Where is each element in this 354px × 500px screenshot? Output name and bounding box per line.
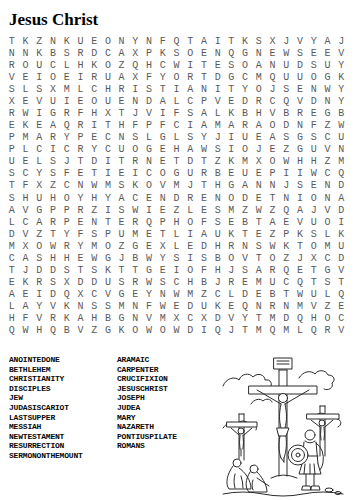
grid-cell[interactable]: A	[5, 205, 19, 217]
grid-cell[interactable]: N	[252, 48, 266, 60]
grid-cell[interactable]: G	[238, 48, 252, 60]
grid-cell[interactable]: W	[334, 120, 348, 132]
grid-cell[interactable]: J	[293, 253, 307, 265]
grid-cell[interactable]: T	[74, 265, 88, 277]
grid-cell[interactable]: V	[293, 96, 307, 108]
grid-cell[interactable]: E	[183, 241, 197, 253]
grid-cell[interactable]: B	[279, 108, 293, 120]
grid-cell[interactable]: T	[197, 180, 211, 192]
grid-cell[interactable]: L	[19, 84, 33, 96]
grid-cell[interactable]: V	[19, 205, 33, 217]
grid-cell[interactable]: Z	[279, 253, 293, 265]
grid-cell[interactable]: J	[115, 253, 129, 265]
grid-cell[interactable]: J	[19, 265, 33, 277]
grid-cell[interactable]: W	[279, 156, 293, 168]
grid-cell[interactable]: Y	[32, 301, 46, 313]
grid-cell[interactable]: W	[197, 144, 211, 156]
grid-cell[interactable]: S	[211, 205, 225, 217]
grid-cell[interactable]: Z	[238, 205, 252, 217]
grid-cell[interactable]: X	[74, 289, 88, 301]
grid-cell[interactable]: R	[32, 277, 46, 289]
grid-cell[interactable]: Q	[211, 325, 225, 337]
grid-cell[interactable]: R	[74, 120, 88, 132]
grid-cell[interactable]: O	[321, 217, 335, 229]
grid-cell[interactable]: O	[183, 217, 197, 229]
grid-cell[interactable]: O	[101, 36, 115, 48]
grid-cell[interactable]: C	[19, 217, 33, 229]
grid-cell[interactable]: E	[211, 60, 225, 72]
grid-cell[interactable]: G	[101, 253, 115, 265]
grid-cell[interactable]: C	[142, 168, 156, 180]
grid-cell[interactable]: M	[156, 313, 170, 325]
grid-cell[interactable]: N	[197, 84, 211, 96]
grid-cell[interactable]: K	[19, 36, 33, 48]
grid-cell[interactable]: F	[128, 120, 142, 132]
grid-cell[interactable]: M	[225, 205, 239, 217]
grid-cell[interactable]: S	[225, 60, 239, 72]
grid-cell[interactable]: S	[252, 36, 266, 48]
grid-cell[interactable]: Y	[334, 60, 348, 72]
grid-cell[interactable]: F	[60, 168, 74, 180]
grid-cell[interactable]: H	[211, 180, 225, 192]
grid-cell[interactable]: O	[101, 241, 115, 253]
grid-cell[interactable]: W	[142, 253, 156, 265]
grid-cell[interactable]: J	[60, 156, 74, 168]
grid-cell[interactable]: M	[238, 156, 252, 168]
grid-cell[interactable]: U	[101, 277, 115, 289]
grid-cell[interactable]: S	[115, 277, 129, 289]
grid-cell[interactable]: H	[19, 193, 33, 205]
grid-cell[interactable]: F	[74, 108, 88, 120]
grid-cell[interactable]: G	[115, 313, 129, 325]
grid-cell[interactable]: N	[74, 180, 88, 192]
grid-cell[interactable]: E	[307, 108, 321, 120]
grid-cell[interactable]: W	[19, 108, 33, 120]
grid-cell[interactable]: D	[87, 277, 101, 289]
grid-cell[interactable]: O	[183, 265, 197, 277]
grid-cell[interactable]: C	[238, 72, 252, 84]
grid-cell[interactable]: J	[279, 180, 293, 192]
grid-cell[interactable]: Y	[101, 193, 115, 205]
grid-cell[interactable]: E	[19, 156, 33, 168]
grid-cell[interactable]: O	[128, 325, 142, 337]
grid-cell[interactable]: R	[74, 205, 88, 217]
grid-cell[interactable]: W	[128, 205, 142, 217]
grid-cell[interactable]: B	[238, 108, 252, 120]
grid-cell[interactable]: I	[170, 84, 184, 96]
grid-cell[interactable]: P	[5, 132, 19, 144]
grid-cell[interactable]: H	[211, 265, 225, 277]
grid-cell[interactable]: X	[5, 96, 19, 108]
grid-cell[interactable]: M	[266, 313, 280, 325]
grid-cell[interactable]: T	[225, 36, 239, 48]
grid-cell[interactable]: A	[252, 120, 266, 132]
grid-cell[interactable]: L	[170, 241, 184, 253]
grid-cell[interactable]: C	[156, 60, 170, 72]
grid-cell[interactable]: U	[183, 168, 197, 180]
grid-cell[interactable]: S	[293, 48, 307, 60]
grid-cell[interactable]: M	[183, 289, 197, 301]
grid-cell[interactable]: D	[183, 156, 197, 168]
grid-cell[interactable]: U	[115, 144, 129, 156]
grid-cell[interactable]: S	[46, 168, 60, 180]
grid-cell[interactable]: R	[60, 241, 74, 253]
grid-cell[interactable]: S	[60, 48, 74, 60]
grid-cell[interactable]: S	[115, 205, 129, 217]
grid-cell[interactable]: O	[238, 60, 252, 72]
grid-cell[interactable]: L	[321, 289, 335, 301]
grid-cell[interactable]: Y	[32, 168, 46, 180]
grid-cell[interactable]: I	[334, 217, 348, 229]
grid-cell[interactable]: A	[321, 36, 335, 48]
grid-cell[interactable]: I	[197, 325, 211, 337]
grid-cell[interactable]: N	[266, 180, 280, 192]
grid-cell[interactable]: V	[156, 180, 170, 192]
grid-cell[interactable]: C	[128, 193, 142, 205]
grid-cell[interactable]: N	[5, 48, 19, 60]
grid-cell[interactable]: A	[32, 132, 46, 144]
grid-cell[interactable]: E	[5, 120, 19, 132]
grid-cell[interactable]: P	[60, 205, 74, 217]
grid-cell[interactable]: V	[101, 289, 115, 301]
grid-cell[interactable]: R	[266, 301, 280, 313]
grid-cell[interactable]: H	[142, 60, 156, 72]
grid-cell[interactable]: H	[115, 120, 129, 132]
grid-cell[interactable]: D	[279, 120, 293, 132]
grid-cell[interactable]: I	[293, 168, 307, 180]
grid-cell[interactable]: E	[225, 217, 239, 229]
grid-cell[interactable]: E	[74, 168, 88, 180]
grid-cell[interactable]: V	[5, 72, 19, 84]
grid-cell[interactable]: F	[19, 313, 33, 325]
grid-cell[interactable]: R	[128, 217, 142, 229]
grid-cell[interactable]: C	[321, 253, 335, 265]
grid-cell[interactable]: A	[19, 253, 33, 265]
grid-cell[interactable]: M	[334, 156, 348, 168]
grid-cell[interactable]: R	[115, 84, 129, 96]
grid-cell[interactable]: C	[183, 96, 197, 108]
grid-cell[interactable]: R	[293, 108, 307, 120]
grid-cell[interactable]: P	[266, 168, 280, 180]
grid-cell[interactable]: D	[197, 241, 211, 253]
grid-cell[interactable]: N	[128, 313, 142, 325]
grid-cell[interactable]: N	[46, 36, 60, 48]
grid-cell[interactable]: C	[5, 253, 19, 265]
grid-cell[interactable]: N	[115, 36, 129, 48]
grid-cell[interactable]: L	[74, 84, 88, 96]
grid-cell[interactable]: P	[142, 48, 156, 60]
grid-cell[interactable]: R	[225, 277, 239, 289]
grid-cell[interactable]: E	[5, 277, 19, 289]
grid-cell[interactable]: G	[142, 265, 156, 277]
grid-cell[interactable]: R	[225, 241, 239, 253]
grid-cell[interactable]: V	[293, 36, 307, 48]
grid-cell[interactable]: T	[197, 156, 211, 168]
grid-cell[interactable]: F	[156, 36, 170, 48]
grid-cell[interactable]: O	[252, 84, 266, 96]
grid-cell[interactable]: H	[101, 84, 115, 96]
grid-cell[interactable]: U	[321, 60, 335, 72]
grid-cell[interactable]: Q	[266, 72, 280, 84]
grid-cell[interactable]: B	[60, 325, 74, 337]
grid-cell[interactable]: Z	[266, 229, 280, 241]
grid-cell[interactable]: O	[183, 48, 197, 60]
grid-cell[interactable]: I	[156, 108, 170, 120]
grid-cell[interactable]: N	[142, 156, 156, 168]
grid-cell[interactable]: O	[156, 325, 170, 337]
grid-cell[interactable]: O	[266, 156, 280, 168]
grid-cell[interactable]: V	[19, 229, 33, 241]
grid-cell[interactable]: U	[32, 60, 46, 72]
grid-cell[interactable]: R	[74, 144, 88, 156]
grid-cell[interactable]: T	[5, 36, 19, 48]
grid-cell[interactable]: K	[101, 265, 115, 277]
grid-cell[interactable]: T	[293, 241, 307, 253]
grid-cell[interactable]: T	[334, 277, 348, 289]
grid-cell[interactable]: U	[32, 193, 46, 205]
grid-cell[interactable]: L	[32, 156, 46, 168]
grid-cell[interactable]: E	[74, 217, 88, 229]
grid-cell[interactable]: W	[87, 180, 101, 192]
grid-cell[interactable]: K	[211, 301, 225, 313]
grid-cell[interactable]: E	[197, 48, 211, 60]
grid-cell[interactable]: Z	[279, 144, 293, 156]
grid-cell[interactable]: Y	[60, 132, 74, 144]
grid-cell[interactable]: D	[334, 205, 348, 217]
grid-cell[interactable]: H	[87, 313, 101, 325]
grid-cell[interactable]: Q	[266, 325, 280, 337]
grid-cell[interactable]: R	[46, 217, 60, 229]
grid-cell[interactable]: T	[266, 193, 280, 205]
grid-cell[interactable]: T	[128, 265, 142, 277]
grid-cell[interactable]: N	[156, 289, 170, 301]
grid-cell[interactable]: X	[252, 156, 266, 168]
grid-cell[interactable]: F	[142, 301, 156, 313]
grid-cell[interactable]: N	[321, 193, 335, 205]
grid-cell[interactable]: E	[225, 168, 239, 180]
grid-cell[interactable]: L	[5, 217, 19, 229]
grid-cell[interactable]: S	[5, 193, 19, 205]
grid-cell[interactable]: Y	[87, 144, 101, 156]
grid-cell[interactable]: S	[170, 253, 184, 265]
grid-cell[interactable]: K	[115, 325, 129, 337]
grid-cell[interactable]: N	[74, 301, 88, 313]
grid-cell[interactable]: I	[170, 265, 184, 277]
grid-cell[interactable]: G	[101, 325, 115, 337]
grid-cell[interactable]: E	[115, 96, 129, 108]
grid-cell[interactable]: V	[321, 205, 335, 217]
grid-cell[interactable]: A	[5, 289, 19, 301]
grid-cell[interactable]: N	[87, 217, 101, 229]
grid-cell[interactable]: Z	[170, 205, 184, 217]
grid-cell[interactable]: H	[5, 313, 19, 325]
grid-cell[interactable]: L	[225, 289, 239, 301]
grid-cell[interactable]: J	[211, 132, 225, 144]
grid-cell[interactable]: S	[307, 60, 321, 72]
grid-cell[interactable]: S	[252, 241, 266, 253]
grid-cell[interactable]: C	[334, 313, 348, 325]
grid-cell[interactable]: V	[142, 313, 156, 325]
grid-cell[interactable]: W	[170, 60, 184, 72]
grid-cell[interactable]: M	[5, 241, 19, 253]
grid-cell[interactable]: J	[128, 108, 142, 120]
grid-cell[interactable]: E	[334, 301, 348, 313]
grid-cell[interactable]: A	[183, 84, 197, 96]
grid-cell[interactable]: G	[142, 144, 156, 156]
grid-cell[interactable]: P	[101, 229, 115, 241]
grid-cell[interactable]: Z	[32, 229, 46, 241]
grid-cell[interactable]: I	[225, 144, 239, 156]
grid-cell[interactable]: B	[128, 253, 142, 265]
grid-cell[interactable]: G	[225, 180, 239, 192]
grid-cell[interactable]: F	[197, 217, 211, 229]
grid-cell[interactable]: D	[183, 325, 197, 337]
grid-cell[interactable]: W	[321, 84, 335, 96]
grid-cell[interactable]: R	[128, 277, 142, 289]
grid-cell[interactable]: G	[46, 108, 60, 120]
grid-cell[interactable]: D	[46, 289, 60, 301]
grid-cell[interactable]: S	[128, 132, 142, 144]
grid-cell[interactable]: E	[156, 205, 170, 217]
grid-cell[interactable]: S	[46, 277, 60, 289]
grid-cell[interactable]: G	[321, 108, 335, 120]
grid-cell[interactable]: E	[252, 193, 266, 205]
grid-cell[interactable]: R	[5, 60, 19, 72]
grid-cell[interactable]: E	[238, 277, 252, 289]
grid-cell[interactable]: K	[19, 277, 33, 289]
grid-cell[interactable]: P	[60, 217, 74, 229]
grid-cell[interactable]: E	[19, 96, 33, 108]
grid-cell[interactable]: H	[170, 144, 184, 156]
grid-cell[interactable]: Y	[307, 36, 321, 48]
grid-cell[interactable]: K	[293, 229, 307, 241]
grid-cell[interactable]: J	[279, 36, 293, 48]
grid-cell[interactable]: Y	[238, 313, 252, 325]
grid-cell[interactable]: V	[334, 325, 348, 337]
grid-cell[interactable]: V	[211, 96, 225, 108]
grid-cell[interactable]: D	[211, 72, 225, 84]
grid-cell[interactable]: F	[307, 120, 321, 132]
grid-cell[interactable]: R	[321, 325, 335, 337]
grid-cell[interactable]: A	[252, 60, 266, 72]
grid-cell[interactable]: R	[183, 72, 197, 84]
grid-cell[interactable]: N	[293, 120, 307, 132]
grid-cell[interactable]: H	[211, 241, 225, 253]
grid-cell[interactable]: K	[19, 120, 33, 132]
grid-cell[interactable]: H	[74, 60, 88, 72]
grid-cell[interactable]: J	[225, 325, 239, 337]
grid-cell[interactable]: S	[183, 132, 197, 144]
grid-cell[interactable]: E	[266, 48, 280, 60]
grid-cell[interactable]: M	[170, 180, 184, 192]
grid-cell[interactable]: I	[183, 120, 197, 132]
grid-cell[interactable]: Y	[142, 289, 156, 301]
grid-cell[interactable]: Q	[142, 217, 156, 229]
grid-cell[interactable]: R	[128, 156, 142, 168]
grid-cell[interactable]: L	[170, 229, 184, 241]
grid-cell[interactable]: V	[307, 301, 321, 313]
grid-cell[interactable]: Y	[60, 229, 74, 241]
grid-cell[interactable]: D	[334, 253, 348, 265]
grid-cell[interactable]: S	[87, 301, 101, 313]
grid-cell[interactable]: V	[32, 313, 46, 325]
grid-cell[interactable]: N	[279, 193, 293, 205]
grid-cell[interactable]: T	[252, 313, 266, 325]
grid-cell[interactable]: T	[252, 217, 266, 229]
grid-cell[interactable]: V	[46, 301, 60, 313]
grid-cell[interactable]: K	[156, 48, 170, 60]
grid-cell[interactable]: D	[183, 301, 197, 313]
grid-cell[interactable]: E	[74, 253, 88, 265]
grid-cell[interactable]: Q	[238, 301, 252, 313]
grid-cell[interactable]: J	[334, 36, 348, 48]
grid-cell[interactable]: X	[128, 72, 142, 84]
grid-cell[interactable]: G	[293, 132, 307, 144]
grid-cell[interactable]: N	[321, 96, 335, 108]
grid-cell[interactable]: Z	[115, 60, 129, 72]
grid-cell[interactable]: W	[252, 205, 266, 217]
grid-cell[interactable]: V	[238, 253, 252, 265]
grid-cell[interactable]: L	[170, 96, 184, 108]
grid-cell[interactable]: W	[266, 241, 280, 253]
grid-cell[interactable]: I	[74, 72, 88, 84]
grid-cell[interactable]: I	[32, 289, 46, 301]
grid-cell[interactable]: Y	[74, 241, 88, 253]
grid-cell[interactable]: G	[293, 144, 307, 156]
grid-cell[interactable]: D	[238, 289, 252, 301]
grid-cell[interactable]: A	[252, 265, 266, 277]
grid-cell[interactable]: H	[293, 156, 307, 168]
grid-cell[interactable]: Z	[87, 205, 101, 217]
grid-cell[interactable]: R	[252, 96, 266, 108]
grid-cell[interactable]: L	[142, 132, 156, 144]
grid-cell[interactable]: F	[156, 120, 170, 132]
grid-cell[interactable]: O	[170, 72, 184, 84]
grid-cell[interactable]: L	[170, 132, 184, 144]
grid-cell[interactable]: A	[183, 144, 197, 156]
grid-cell[interactable]: T	[307, 265, 321, 277]
grid-cell[interactable]: M	[279, 325, 293, 337]
grid-cell[interactable]: Q	[170, 36, 184, 48]
grid-cell[interactable]: X	[307, 253, 321, 265]
grid-cell[interactable]: S	[101, 301, 115, 313]
grid-cell[interactable]: E	[156, 265, 170, 277]
grid-cell[interactable]: H	[252, 108, 266, 120]
grid-cell[interactable]: K	[334, 229, 348, 241]
grid-cell[interactable]: E	[279, 217, 293, 229]
grid-cell[interactable]: N	[252, 180, 266, 192]
grid-cell[interactable]: A	[197, 229, 211, 241]
grid-cell[interactable]: C	[279, 277, 293, 289]
grid-cell[interactable]: N	[211, 48, 225, 60]
grid-cell[interactable]: P	[74, 132, 88, 144]
grid-cell[interactable]: N	[142, 36, 156, 48]
grid-cell[interactable]: S	[170, 48, 184, 60]
grid-cell[interactable]: Z	[197, 289, 211, 301]
grid-cell[interactable]: Y	[74, 193, 88, 205]
grid-cell[interactable]: A	[197, 108, 211, 120]
grid-cell[interactable]: A	[115, 48, 129, 60]
grid-cell[interactable]: R	[238, 120, 252, 132]
grid-cell[interactable]: F	[142, 72, 156, 84]
grid-cell[interactable]: T	[115, 265, 129, 277]
grid-cell[interactable]: C	[211, 289, 225, 301]
grid-cell[interactable]: I	[101, 156, 115, 168]
grid-cell[interactable]: N	[334, 144, 348, 156]
grid-cell[interactable]: M	[211, 120, 225, 132]
grid-cell[interactable]: H	[170, 217, 184, 229]
grid-cell[interactable]: D	[170, 193, 184, 205]
